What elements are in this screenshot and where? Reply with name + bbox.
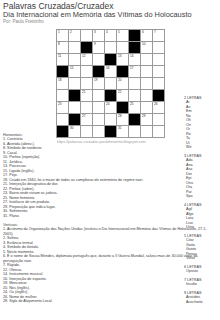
grid-cell[interactable] xyxy=(153,66,164,77)
grid-cell[interactable] xyxy=(105,42,116,53)
grid-cell[interactable]: 26 xyxy=(153,102,164,113)
cell-number: 29 xyxy=(142,114,145,117)
grid-cell[interactable] xyxy=(141,54,152,65)
grid-cell[interactable] xyxy=(93,90,104,101)
word-list-word: Veloz xyxy=(184,256,220,261)
grid-cell[interactable] xyxy=(81,66,92,77)
cell-number: 3 xyxy=(94,30,96,33)
cell-number: 8 xyxy=(58,42,60,45)
grid-cell[interactable]: 1 xyxy=(57,30,68,41)
grid-cell[interactable]: 11 xyxy=(57,54,68,65)
grid-cell[interactable]: 8 xyxy=(57,42,68,53)
cell-number: 20 xyxy=(118,78,121,81)
grid-cell[interactable] xyxy=(141,90,152,101)
grid-cell[interactable]: 17 xyxy=(129,66,140,77)
page-subtitle: Dia Internacional em Memória das Vítimas… xyxy=(3,10,192,19)
grid-cell[interactable] xyxy=(57,114,68,125)
author-byline: Por: Paulo Freixinho xyxy=(3,19,44,24)
grid-cell[interactable]: 10 xyxy=(141,42,152,53)
grid-cell[interactable] xyxy=(93,114,104,125)
grid-cell[interactable]: 24 xyxy=(105,102,116,113)
cell-number: 16 xyxy=(106,66,109,69)
word-list-section: 6 LETRASOposto xyxy=(184,264,220,273)
grid-cell[interactable]: 14 xyxy=(129,54,140,65)
grid-cell-black xyxy=(129,114,140,125)
cell-number: 14 xyxy=(130,54,133,57)
grid-cell[interactable]: 28 xyxy=(117,114,128,125)
cell-number: 19 xyxy=(94,78,97,81)
grid-cell[interactable] xyxy=(69,42,80,53)
cell-number: 18 xyxy=(58,78,61,81)
grid-cell-black xyxy=(57,66,68,77)
word-list-section: 7 LETRASInsulto xyxy=(184,277,220,286)
cell-number: 15 xyxy=(70,66,73,69)
cell-number: 23 xyxy=(58,102,61,105)
grid-cell[interactable]: 27 xyxy=(81,114,92,125)
grid-cell[interactable]: 6 xyxy=(141,30,152,41)
grid-cell[interactable] xyxy=(153,42,164,53)
grid-cell[interactable]: 18 xyxy=(57,78,68,89)
grid-cell[interactable] xyxy=(69,102,80,113)
cell-number: 6 xyxy=(142,30,144,33)
grid-cell[interactable] xyxy=(81,102,92,113)
grid-cell[interactable] xyxy=(129,78,140,89)
grid-cell[interactable]: 3 xyxy=(93,30,104,41)
cell-number: 5 xyxy=(118,30,120,33)
cell-number: 24 xyxy=(106,102,109,105)
grid-cell[interactable]: 9 xyxy=(93,42,104,53)
grid-cell[interactable] xyxy=(81,30,92,41)
grid-cell-black xyxy=(105,54,116,65)
grid-cell[interactable] xyxy=(153,114,164,125)
grid-cell[interactable]: 23 xyxy=(57,102,68,113)
word-list-word: Oposto xyxy=(184,269,220,274)
grid-cell-black xyxy=(93,66,104,77)
grid-cell[interactable]: 16 xyxy=(105,66,116,77)
grid-cell-black xyxy=(129,30,140,41)
word-length-lists: 2 LETRASAiAvEmNeOhOnOrReTaUiWe3 LETRASAd… xyxy=(184,95,220,308)
cell-number: 4 xyxy=(106,30,108,33)
grid-cell[interactable]: 25 xyxy=(129,102,140,113)
cell-number: 12 xyxy=(82,54,85,57)
grid-cell[interactable] xyxy=(69,78,80,89)
grid-cell[interactable] xyxy=(153,54,164,65)
word-list-word: We xyxy=(184,145,220,150)
word-list-section: 3 LETRASAdaAnaAsaDorEpiOnuOraParSpa xyxy=(184,153,220,198)
grid-cell[interactable]: 20 xyxy=(117,78,128,89)
grid-cell[interactable]: 4 xyxy=(105,30,116,41)
cell-number: 17 xyxy=(130,66,133,69)
grid-cell[interactable]: 13 xyxy=(117,54,128,65)
grid-cell[interactable] xyxy=(81,78,92,89)
word-list-word: Urna xyxy=(184,225,220,230)
grid-cell[interactable] xyxy=(153,78,164,89)
grid-cell[interactable] xyxy=(57,90,68,101)
grid-cell-black xyxy=(129,42,140,53)
cell-number: 22 xyxy=(118,90,121,93)
grid-cell-black xyxy=(105,90,116,101)
word-list-section: 4 LETRASÁgilAlgoLataLisoUrna xyxy=(184,202,220,229)
grid-cell-black xyxy=(69,114,80,125)
crossword-page: Palavras Cruzadas/Cruzadex Dia Internaci… xyxy=(0,0,220,320)
grid-cell[interactable]: 29 xyxy=(141,114,152,125)
grid-cell[interactable]: 12 xyxy=(81,54,92,65)
grid-cell[interactable] xyxy=(141,78,152,89)
grid-cell[interactable] xyxy=(141,102,152,113)
cell-number: 28 xyxy=(118,114,121,117)
cell-number: 2 xyxy=(70,30,72,33)
grid-cell[interactable] xyxy=(93,54,104,65)
grid-cell-black xyxy=(153,90,164,101)
grid-cell[interactable] xyxy=(105,78,116,89)
grid-cell[interactable]: 15 xyxy=(69,66,80,77)
cell-number: 27 xyxy=(82,114,85,117)
grid-cell-black xyxy=(117,102,128,113)
word-list-word: Insulto xyxy=(184,282,220,287)
grid-cell[interactable]: 5 xyxy=(117,30,128,41)
cell-number: 11 xyxy=(58,54,61,57)
cell-number: 7 xyxy=(154,30,156,33)
grid-cell[interactable] xyxy=(105,114,116,125)
grid-cell[interactable] xyxy=(117,42,128,53)
cell-number: 25 xyxy=(130,102,133,105)
word-list-word: Auschwitz xyxy=(184,299,220,304)
grid-cell[interactable] xyxy=(69,54,80,65)
grid-cell[interactable]: 7 xyxy=(153,30,164,41)
word-list-word: Spa xyxy=(184,194,220,199)
cell-number: 30 xyxy=(70,126,73,129)
word-list-section: 5 LETRASCitarGaitaGuetoPenouVeloz xyxy=(184,233,220,260)
grid-cell[interactable]: 19 xyxy=(93,78,104,89)
cell-number: 10 xyxy=(142,42,145,45)
grid-cell[interactable] xyxy=(93,102,104,113)
grid-cell[interactable]: 2 xyxy=(69,30,80,41)
grid-cell[interactable]: 22 xyxy=(117,90,128,101)
cell-number: 9 xyxy=(94,42,96,45)
grid-cell[interactable]: 21 xyxy=(81,90,92,101)
cell-number: 13 xyxy=(118,54,121,57)
grid-cell-black xyxy=(69,90,80,101)
grid-cell-black xyxy=(117,66,128,77)
crossword-grid: 1234567891011121314151617181920212223242… xyxy=(56,29,165,138)
word-list-section: 2 LETRASAiAvEmNeOhOnOrReTaUiWe xyxy=(184,95,220,149)
grid-cell[interactable] xyxy=(129,90,140,101)
cell-number: 31 xyxy=(118,126,121,129)
cell-number: 1 xyxy=(58,30,60,33)
word-list-section: 9 LETRASAristidesAuschwitz xyxy=(184,290,220,304)
cell-number: 21 xyxy=(82,90,85,93)
cell-number: 26 xyxy=(154,102,157,105)
grid-cell-black xyxy=(81,42,92,53)
grid-cell[interactable] xyxy=(141,66,152,77)
